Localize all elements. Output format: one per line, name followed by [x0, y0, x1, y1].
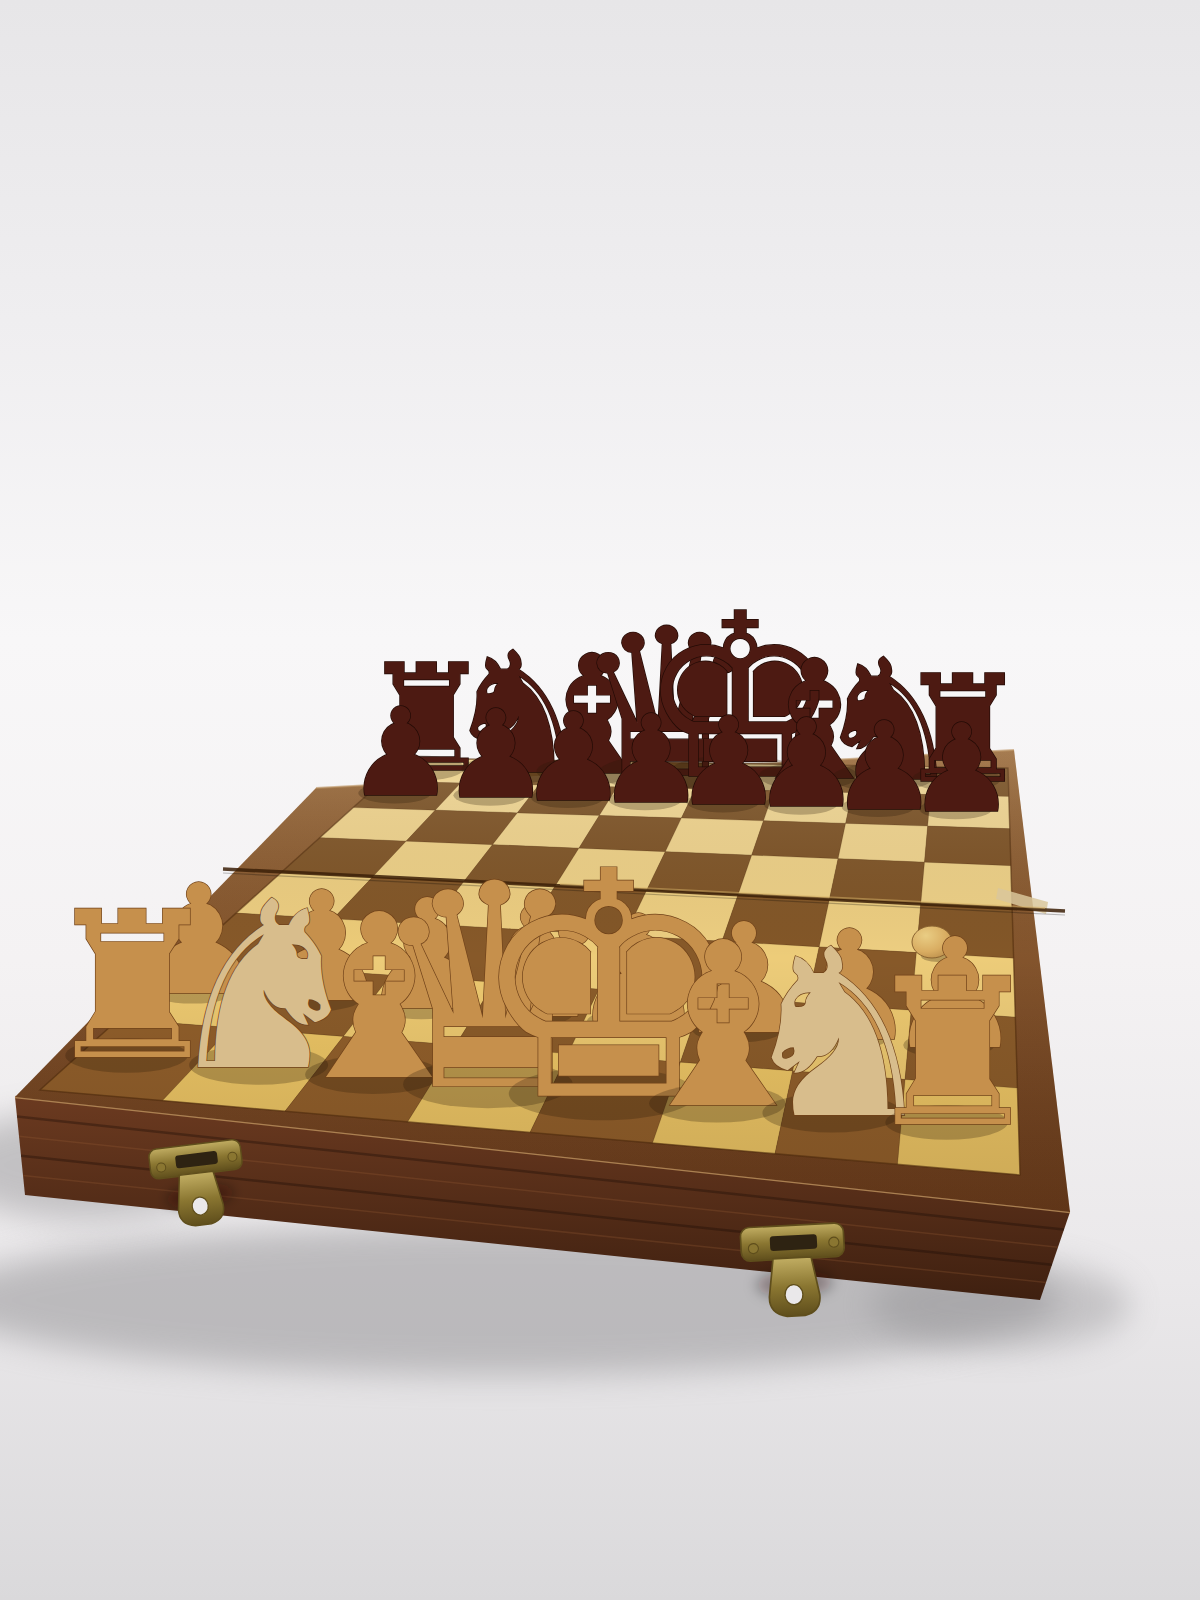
clasp-tab — [767, 1256, 821, 1317]
black-pawn-h7: ♟ — [907, 698, 1016, 840]
black-pawn-a7: ♟ — [346, 682, 455, 824]
clasp-screw — [748, 1243, 759, 1254]
white-rook-h1: ♜ — [861, 935, 1044, 1172]
clasp-screw — [829, 1237, 840, 1248]
chess-photo: Vintage folding wooden chess box set pho… — [0, 0, 1200, 1600]
scene-content: ♜♞♝♛♚♝♞♜♟♟♟♟♟♟♟♟♟♟♟♟♟♟♟♟♜♞♝♛♚♝♞♜ — [0, 0, 1200, 1600]
clasp-screw — [227, 1152, 237, 1162]
clasp-screw — [156, 1163, 166, 1173]
clasp-slot — [770, 1234, 818, 1251]
clasp-tab-hole — [784, 1284, 803, 1305]
photo-backdrop: Vintage folding wooden chess box set pho… — [0, 0, 1200, 1600]
